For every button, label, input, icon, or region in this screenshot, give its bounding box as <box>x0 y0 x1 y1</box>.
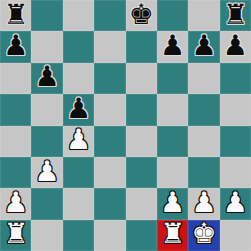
square-b8[interactable] <box>31 0 62 31</box>
piece-white-pawn: ♟ <box>160 189 185 217</box>
square-e6[interactable] <box>126 63 157 94</box>
square-g3[interactable] <box>188 157 219 188</box>
piece-white-pawn: ♟ <box>35 158 60 186</box>
square-h4[interactable] <box>220 126 251 157</box>
square-a2[interactable]: ♟ <box>0 188 31 219</box>
square-b4[interactable] <box>31 126 62 157</box>
piece-black-pawn: ♟ <box>3 32 28 60</box>
chess-board: ♜♚♜♟♟♟♟♟♟♟♟♟♟♟♟♜♜♚ <box>0 0 251 251</box>
square-g7[interactable]: ♟ <box>188 31 219 62</box>
square-e4[interactable] <box>126 126 157 157</box>
square-h1[interactable] <box>220 220 251 251</box>
square-b3[interactable]: ♟ <box>31 157 62 188</box>
square-c1[interactable] <box>63 220 94 251</box>
square-d7[interactable] <box>94 31 125 62</box>
square-f4[interactable] <box>157 126 188 157</box>
square-e5[interactable] <box>126 94 157 125</box>
square-g5[interactable] <box>188 94 219 125</box>
piece-black-rook: ♜ <box>223 1 248 29</box>
square-h8[interactable]: ♜ <box>220 0 251 31</box>
square-c7[interactable] <box>63 31 94 62</box>
square-e3[interactable] <box>126 157 157 188</box>
piece-black-pawn: ♟ <box>35 63 60 91</box>
piece-white-pawn: ♟ <box>3 189 28 217</box>
square-h7[interactable]: ♟ <box>220 31 251 62</box>
square-a4[interactable] <box>0 126 31 157</box>
square-h6[interactable] <box>220 63 251 94</box>
square-f5[interactable] <box>157 94 188 125</box>
square-d1[interactable] <box>94 220 125 251</box>
square-d4[interactable] <box>94 126 125 157</box>
square-h5[interactable] <box>220 94 251 125</box>
square-f6[interactable] <box>157 63 188 94</box>
square-d8[interactable] <box>94 0 125 31</box>
square-f8[interactable] <box>157 0 188 31</box>
square-h3[interactable] <box>220 157 251 188</box>
square-g8[interactable] <box>188 0 219 31</box>
square-a5[interactable] <box>0 94 31 125</box>
piece-black-rook: ♜ <box>3 1 28 29</box>
square-f2[interactable]: ♟ <box>157 188 188 219</box>
square-b6[interactable]: ♟ <box>31 63 62 94</box>
square-a3[interactable] <box>0 157 31 188</box>
square-c2[interactable] <box>63 188 94 219</box>
square-a7[interactable]: ♟ <box>0 31 31 62</box>
square-h2[interactable]: ♟ <box>220 188 251 219</box>
square-f7[interactable]: ♟ <box>157 31 188 62</box>
square-g6[interactable] <box>188 63 219 94</box>
piece-white-king: ♚ <box>191 220 216 248</box>
piece-white-rook: ♜ <box>160 220 185 248</box>
square-b5[interactable] <box>31 94 62 125</box>
square-e2[interactable] <box>126 188 157 219</box>
square-e1[interactable] <box>126 220 157 251</box>
square-g4[interactable] <box>188 126 219 157</box>
square-c8[interactable] <box>63 0 94 31</box>
square-d6[interactable] <box>94 63 125 94</box>
piece-white-pawn: ♟ <box>66 126 91 154</box>
square-a1[interactable]: ♜ <box>0 220 31 251</box>
square-c5[interactable]: ♟ <box>63 94 94 125</box>
piece-white-pawn: ♟ <box>223 189 248 217</box>
piece-black-pawn: ♟ <box>223 32 248 60</box>
square-g2[interactable]: ♟ <box>188 188 219 219</box>
square-d3[interactable] <box>94 157 125 188</box>
piece-black-pawn: ♟ <box>160 32 185 60</box>
square-a6[interactable] <box>0 63 31 94</box>
square-d5[interactable] <box>94 94 125 125</box>
square-c3[interactable] <box>63 157 94 188</box>
square-g1[interactable]: ♚ <box>188 220 219 251</box>
square-c6[interactable] <box>63 63 94 94</box>
piece-white-pawn: ♟ <box>191 189 216 217</box>
piece-black-pawn: ♟ <box>66 95 91 123</box>
square-c4[interactable]: ♟ <box>63 126 94 157</box>
square-e8[interactable]: ♚ <box>126 0 157 31</box>
square-f3[interactable] <box>157 157 188 188</box>
square-a8[interactable]: ♜ <box>0 0 31 31</box>
piece-black-pawn: ♟ <box>191 32 216 60</box>
square-d2[interactable] <box>94 188 125 219</box>
square-b1[interactable] <box>31 220 62 251</box>
piece-black-king: ♚ <box>129 1 154 29</box>
square-b2[interactable] <box>31 188 62 219</box>
square-e7[interactable] <box>126 31 157 62</box>
square-f1[interactable]: ♜ <box>157 220 188 251</box>
square-b7[interactable] <box>31 31 62 62</box>
piece-white-rook: ♜ <box>3 220 28 248</box>
